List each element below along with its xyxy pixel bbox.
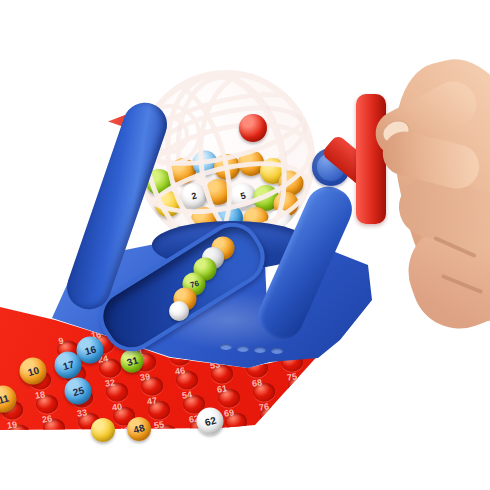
ball-number: 25 [71,384,85,398]
board-hole-72 [372,287,394,306]
board-number-27: 27 [13,443,24,454]
board-number-18: 18 [34,389,45,400]
ball-white [169,301,189,321]
base-dimple [237,346,249,352]
board-number-61: 61 [216,383,227,394]
board-number-54: 54 [181,389,192,400]
board-number-75: 75 [286,371,297,382]
board-number-46: 46 [174,365,185,376]
ball-number: 31 [125,354,139,368]
board-number-47: 47 [146,395,157,406]
base-dimple [220,344,232,350]
board-number-69: 69 [223,407,234,418]
board-hole-34 [50,443,72,462]
board-number-72: 72 [370,281,381,292]
ball-number: 10 [26,364,40,378]
board-hole-27 [15,449,37,468]
ball-10: 10 [20,358,47,385]
ball-number: 76 [188,278,199,289]
board-hole-20 [0,455,2,474]
ball-48: 48 [127,417,151,441]
ball-yellow [91,418,115,442]
ball-number: 48 [132,422,146,436]
ball-25: 25 [65,378,92,405]
base-dimple [271,348,283,354]
crank-handle [356,94,386,224]
board-number-33: 33 [76,407,87,418]
ball-17: 17 [55,352,82,379]
ball-62: 62 [197,408,224,435]
board-number-39: 39 [139,371,150,382]
base-dimple [254,347,266,353]
board-number-32: 32 [104,377,115,388]
board-number-55: 55 [153,419,164,430]
product-photo-bingo-machine: { "game": "bingo-lotto ball drawing mach… [0,0,490,490]
ball-number: 16 [83,343,97,357]
board-number-68: 68 [251,377,262,388]
board-number-26: 26 [41,413,52,424]
ball-number: 17 [61,358,75,372]
ball-31: 31 [121,350,144,373]
board-number-34: 34 [48,437,59,448]
ball-number: 11 [0,392,10,405]
ball-number: 62 [203,414,217,428]
board-number-19: 19 [6,419,17,430]
ball-red [239,114,267,142]
board-number-40: 40 [111,401,122,412]
board-number-9: 9 [58,336,65,347]
board-number-76: 76 [258,401,269,412]
